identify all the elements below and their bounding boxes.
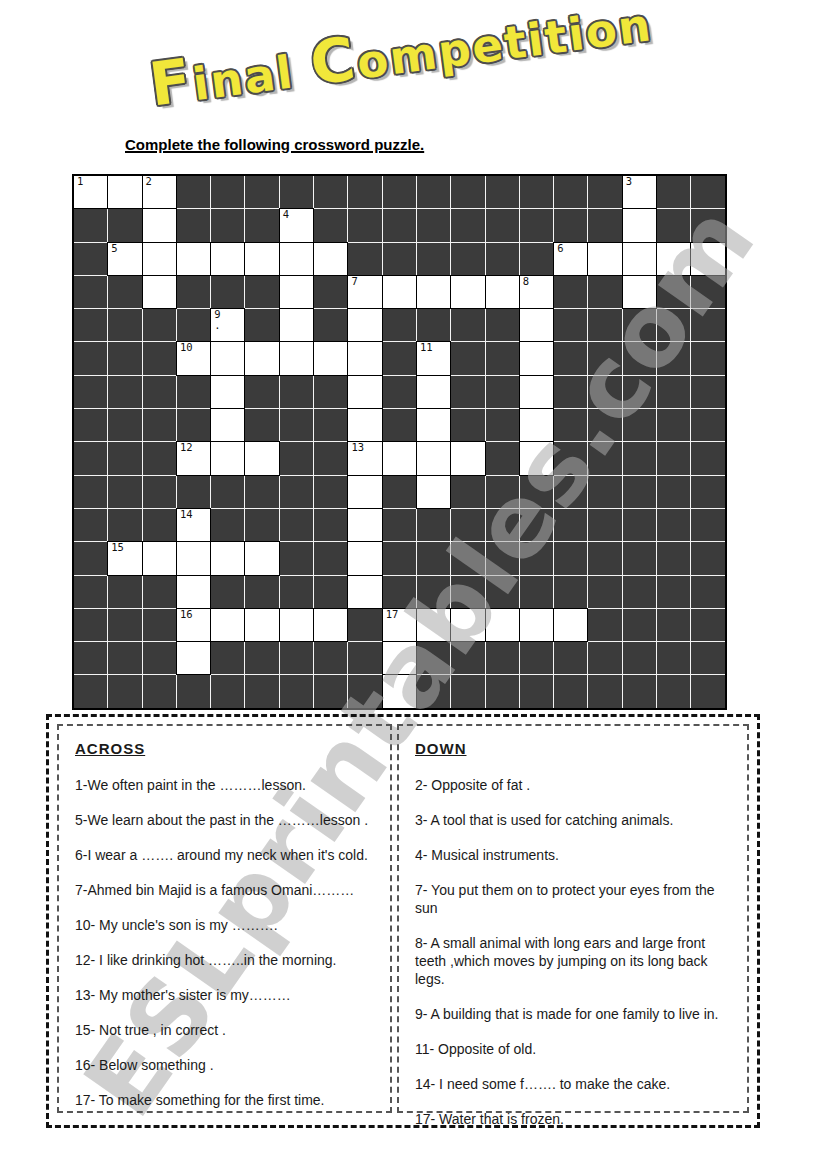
grid-cell-block bbox=[451, 409, 484, 441]
grid-cell-white[interactable] bbox=[348, 576, 381, 608]
grid-cell-block bbox=[451, 309, 484, 341]
clue-number: 8 bbox=[523, 276, 529, 287]
grid-cell-white[interactable] bbox=[451, 442, 484, 474]
clue-number: 3 bbox=[626, 176, 632, 187]
grid-cell-white[interactable] bbox=[417, 476, 450, 508]
grid-cell-white[interactable] bbox=[520, 409, 553, 441]
grid-cell-white[interactable] bbox=[280, 342, 313, 374]
grid-cell-block bbox=[588, 476, 621, 508]
grid-cell-block bbox=[623, 309, 656, 341]
grid-cell-block bbox=[691, 209, 724, 241]
grid-cell-block bbox=[520, 476, 553, 508]
grid-cell-white[interactable] bbox=[211, 442, 244, 474]
grid-cell-block bbox=[143, 675, 176, 707]
grid-cell-block bbox=[280, 675, 313, 707]
grid-cell-white[interactable] bbox=[211, 542, 244, 574]
grid-cell-block bbox=[177, 176, 210, 208]
grid-cell-block bbox=[314, 409, 347, 441]
grid-cell-block bbox=[348, 609, 381, 641]
grid-cell-block bbox=[657, 342, 690, 374]
grid-cell-block bbox=[417, 309, 450, 341]
clue-number: 15 bbox=[111, 542, 124, 553]
grid-cell-white[interactable] bbox=[348, 376, 381, 408]
grid-cell-block bbox=[451, 642, 484, 674]
grid-cell-block bbox=[348, 243, 381, 275]
grid-cell-block bbox=[691, 409, 724, 441]
grid-cell-block bbox=[74, 309, 107, 341]
grid-cell-block bbox=[280, 409, 313, 441]
grid-cell-block bbox=[657, 276, 690, 308]
down-clue: 9- A building that is made for one famil… bbox=[415, 1005, 739, 1023]
grid-cell-block bbox=[314, 675, 347, 707]
grid-cell-white[interactable] bbox=[383, 276, 416, 308]
grid-cell-white[interactable]: 6 bbox=[554, 243, 587, 275]
grid-cell-block bbox=[520, 176, 553, 208]
grid-cell-block bbox=[554, 342, 587, 374]
grid-cell-block bbox=[520, 576, 553, 608]
grid-cell-white[interactable] bbox=[143, 276, 176, 308]
grid-cell-white[interactable] bbox=[588, 243, 621, 275]
grid-cell-block bbox=[691, 342, 724, 374]
grid-cell-block bbox=[143, 609, 176, 641]
grid-cell-block bbox=[657, 476, 690, 508]
grid-cell-block bbox=[314, 209, 347, 241]
grid-cell-block bbox=[451, 176, 484, 208]
across-clue-list: 1-We often paint in the ………lesson.5-We l… bbox=[75, 776, 382, 1109]
grid-cell-block bbox=[623, 376, 656, 408]
grid-cell-white[interactable] bbox=[245, 442, 278, 474]
grid-cell-block bbox=[383, 342, 416, 374]
grid-cell-block bbox=[314, 642, 347, 674]
grid-cell-block bbox=[245, 409, 278, 441]
grid-cell-white[interactable] bbox=[451, 609, 484, 641]
grid-cell-white[interactable] bbox=[211, 376, 244, 408]
grid-cell-white[interactable] bbox=[177, 642, 210, 674]
grid-cell-block bbox=[143, 409, 176, 441]
grid-cell-block bbox=[451, 675, 484, 707]
grid-cell-white[interactable]: 1 bbox=[74, 176, 107, 208]
clue-number: 17 bbox=[386, 609, 399, 620]
clue-number: 7 bbox=[351, 276, 357, 287]
grid-cell-block bbox=[554, 409, 587, 441]
grid-cell-block bbox=[588, 376, 621, 408]
grid-cell-block bbox=[486, 176, 519, 208]
grid-cell-white[interactable]: 5 bbox=[108, 243, 141, 275]
grid-cell-block bbox=[280, 476, 313, 508]
down-clue: 17- Water that is frozen. bbox=[415, 1110, 739, 1128]
down-clue: 7- You put them on to protect your eyes … bbox=[415, 881, 739, 917]
grid-cell-block bbox=[348, 176, 381, 208]
grid-cell-white[interactable] bbox=[211, 609, 244, 641]
grid-cell-block bbox=[520, 542, 553, 574]
grid-cell-block bbox=[108, 342, 141, 374]
grid-cell-block bbox=[554, 309, 587, 341]
grid-cell-block bbox=[143, 576, 176, 608]
grid-cell-white[interactable]: 3 bbox=[623, 176, 656, 208]
clues-box: ACROSS 1-We often paint in the ………lesson… bbox=[46, 714, 760, 1128]
grid-cell-white[interactable] bbox=[451, 276, 484, 308]
clue-number: 1 bbox=[77, 176, 83, 187]
grid-cell-block bbox=[691, 675, 724, 707]
title-word-final: Final bbox=[145, 31, 297, 119]
grid-cell-white[interactable] bbox=[143, 542, 176, 574]
grid-cell-block bbox=[657, 209, 690, 241]
grid-cell-block bbox=[588, 442, 621, 474]
grid-cell-block bbox=[314, 309, 347, 341]
grid-cell-white[interactable] bbox=[348, 509, 381, 541]
across-clue: 6-I wear a ……. around my neck when it's … bbox=[75, 846, 382, 864]
grid-cell-block bbox=[554, 176, 587, 208]
across-clue: 13- My mother's sister is my……… bbox=[75, 986, 382, 1004]
grid-cell-block bbox=[74, 442, 107, 474]
grid-cell-block bbox=[74, 342, 107, 374]
grid-cell-white[interactable] bbox=[177, 542, 210, 574]
grid-cell-white[interactable] bbox=[520, 376, 553, 408]
grid-cell-block bbox=[486, 309, 519, 341]
grid-cell-white[interactable] bbox=[245, 342, 278, 374]
grid-cell-block bbox=[451, 509, 484, 541]
grid-cell-white[interactable] bbox=[623, 209, 656, 241]
grid-cell-block bbox=[348, 642, 381, 674]
grid-cell-block bbox=[245, 276, 278, 308]
clue-number: 11 bbox=[420, 342, 433, 353]
grid-cell-block bbox=[74, 576, 107, 608]
grid-cell-block bbox=[74, 542, 107, 574]
grid-cell-block bbox=[554, 376, 587, 408]
grid-cell-block bbox=[520, 209, 553, 241]
grid-cell-block bbox=[177, 409, 210, 441]
grid-cell-white[interactable] bbox=[417, 609, 450, 641]
across-clue: 5-We learn about the past in the ………less… bbox=[75, 811, 382, 829]
grid-cell-block bbox=[623, 442, 656, 474]
grid-cell-block bbox=[143, 376, 176, 408]
grid-cell-block bbox=[383, 476, 416, 508]
grid-cell-block bbox=[280, 376, 313, 408]
grid-cell-block bbox=[245, 476, 278, 508]
grid-cell-white[interactable] bbox=[143, 243, 176, 275]
grid-cell-white[interactable]: 16 bbox=[177, 609, 210, 641]
down-clue: 3- A tool that is used for catching anim… bbox=[415, 811, 739, 829]
grid-cell-white[interactable]: 12 bbox=[177, 442, 210, 474]
clue-number: 13 bbox=[351, 442, 364, 453]
grid-cell-block bbox=[280, 509, 313, 541]
grid-cell-white[interactable] bbox=[520, 442, 553, 474]
clue-number: 16 bbox=[180, 609, 193, 620]
grid-cell-block bbox=[554, 509, 587, 541]
grid-cell-block bbox=[691, 542, 724, 574]
grid-cell-block bbox=[314, 276, 347, 308]
grid-cell-block bbox=[520, 675, 553, 707]
grid-cell-white[interactable]: 8 bbox=[520, 276, 553, 308]
grid-cell-block bbox=[588, 409, 621, 441]
grid-cell-white[interactable] bbox=[520, 609, 553, 641]
clue-number: 5 bbox=[111, 243, 117, 254]
grid-cell-block bbox=[623, 409, 656, 441]
grid-cell-white[interactable] bbox=[486, 609, 519, 641]
grid-cell-block bbox=[554, 476, 587, 508]
grid-cell-block bbox=[554, 576, 587, 608]
grid-cell-block bbox=[691, 509, 724, 541]
grid-cell-block bbox=[383, 509, 416, 541]
across-clue: 7-Ahmed bin Majid is a famous Omani……… bbox=[75, 881, 382, 899]
grid-cell-white[interactable] bbox=[348, 409, 381, 441]
grid-cell-block bbox=[691, 609, 724, 641]
grid-cell-block bbox=[108, 642, 141, 674]
grid-cell-block bbox=[108, 376, 141, 408]
grid-cell-block bbox=[691, 276, 724, 308]
grid-cell-block bbox=[451, 342, 484, 374]
grid-cell-block bbox=[211, 576, 244, 608]
grid-cell-block bbox=[245, 309, 278, 341]
grid-cell-block bbox=[417, 243, 450, 275]
grid-cell-block bbox=[691, 442, 724, 474]
grid-cell-block bbox=[143, 309, 176, 341]
grid-cell-block bbox=[245, 509, 278, 541]
clue-number: 4 bbox=[283, 209, 289, 220]
grid-cell-block bbox=[691, 309, 724, 341]
grid-cell-white[interactable] bbox=[657, 243, 690, 275]
grid-cell-block bbox=[657, 675, 690, 707]
grid-cell-block bbox=[74, 243, 107, 275]
grid-cell-block bbox=[691, 576, 724, 608]
grid-cell-block bbox=[554, 442, 587, 474]
grid-cell-white[interactable] bbox=[417, 409, 450, 441]
grid-cell-block bbox=[486, 342, 519, 374]
grid-cell-block bbox=[417, 176, 450, 208]
title-word-competition: Competition bbox=[306, 0, 656, 99]
clue-number: 12 bbox=[180, 442, 193, 453]
grid-cell-block bbox=[383, 176, 416, 208]
grid-cell-block bbox=[451, 376, 484, 408]
grid-cell-white[interactable]: 7 bbox=[348, 276, 381, 308]
grid-cell-white[interactable] bbox=[280, 609, 313, 641]
grid-cell-white[interactable] bbox=[417, 442, 450, 474]
grid-cell-block bbox=[451, 209, 484, 241]
crossword-grid: 123456789 .1011121314151617 bbox=[72, 174, 727, 710]
grid-cell-block bbox=[520, 642, 553, 674]
across-heading: ACROSS bbox=[75, 740, 382, 757]
grid-cell-block bbox=[211, 209, 244, 241]
grid-cell-white[interactable] bbox=[383, 642, 416, 674]
grid-cell-block bbox=[314, 376, 347, 408]
grid-cell-block bbox=[417, 675, 450, 707]
grid-cell-block bbox=[486, 243, 519, 275]
grid-cell-block bbox=[143, 642, 176, 674]
grid-cell-white[interactable] bbox=[211, 243, 244, 275]
grid-cell-white[interactable]: 9 . bbox=[211, 309, 244, 341]
grid-cell-white[interactable] bbox=[314, 342, 347, 374]
grid-cell-block bbox=[74, 675, 107, 707]
grid-cell-white[interactable] bbox=[554, 609, 587, 641]
grid-cell-white[interactable]: 10 bbox=[177, 342, 210, 374]
grid-cell-white[interactable]: 14 bbox=[177, 509, 210, 541]
grid-cell-block bbox=[74, 209, 107, 241]
grid-cell-white[interactable] bbox=[143, 209, 176, 241]
grid-cell-white[interactable] bbox=[177, 243, 210, 275]
grid-cell-block bbox=[588, 576, 621, 608]
grid-cell-block bbox=[451, 576, 484, 608]
grid-cell-block bbox=[486, 675, 519, 707]
grid-cell-white[interactable] bbox=[211, 409, 244, 441]
grid-cell-block bbox=[554, 642, 587, 674]
clue-number: 2 bbox=[146, 176, 152, 187]
grid-cell-block bbox=[417, 509, 450, 541]
grid-cell-block bbox=[417, 642, 450, 674]
grid-cell-block bbox=[245, 176, 278, 208]
grid-cell-white[interactable] bbox=[383, 675, 416, 707]
grid-cell-white[interactable]: 2 bbox=[143, 176, 176, 208]
grid-cell-white[interactable] bbox=[417, 276, 450, 308]
grid-cell-block bbox=[691, 176, 724, 208]
grid-cell-white[interactable]: 13 bbox=[348, 442, 381, 474]
grid-cell-block bbox=[280, 576, 313, 608]
grid-cell-block bbox=[74, 509, 107, 541]
grid-cell-block bbox=[486, 509, 519, 541]
grid-cell-block bbox=[211, 476, 244, 508]
across-clue: 12- I like drinking hot ……..in the morni… bbox=[75, 951, 382, 969]
grid-cell-block bbox=[280, 642, 313, 674]
grid-cell-white[interactable] bbox=[691, 243, 724, 275]
grid-cell-block bbox=[108, 209, 141, 241]
grid-cell-block bbox=[691, 642, 724, 674]
grid-cell-block bbox=[588, 542, 621, 574]
grid-cell-white[interactable] bbox=[348, 476, 381, 508]
grid-cell-white[interactable] bbox=[280, 243, 313, 275]
grid-cell-block bbox=[245, 576, 278, 608]
grid-cell-white[interactable]: 17 bbox=[383, 609, 416, 641]
across-clue: 1-We often paint in the ………lesson. bbox=[75, 776, 382, 794]
grid-cell-block bbox=[314, 442, 347, 474]
grid-cell-block bbox=[211, 675, 244, 707]
grid-cell-block bbox=[108, 576, 141, 608]
grid-cell-block bbox=[657, 642, 690, 674]
grid-cell-white[interactable] bbox=[348, 309, 381, 341]
grid-cell-block bbox=[108, 476, 141, 508]
grid-cell-block bbox=[486, 442, 519, 474]
grid-cell-white[interactable]: 15 bbox=[108, 542, 141, 574]
grid-cell-block bbox=[211, 276, 244, 308]
grid-cell-block bbox=[657, 376, 690, 408]
grid-cell-block bbox=[554, 276, 587, 308]
grid-cell-block bbox=[554, 675, 587, 707]
grid-cell-white[interactable] bbox=[245, 542, 278, 574]
grid-cell-block bbox=[588, 642, 621, 674]
grid-cell-white[interactable] bbox=[280, 309, 313, 341]
grid-cell-white[interactable] bbox=[486, 276, 519, 308]
page-title: FinalCompetition bbox=[145, 0, 749, 120]
grid-cell-block bbox=[314, 542, 347, 574]
grid-cell-block bbox=[211, 176, 244, 208]
grid-cell-block bbox=[314, 576, 347, 608]
grid-cell-block bbox=[383, 243, 416, 275]
grid-cell-block bbox=[486, 376, 519, 408]
grid-cell-block bbox=[623, 609, 656, 641]
across-clue: 17- To make something for the first time… bbox=[75, 1091, 382, 1109]
grid-cell-block bbox=[486, 209, 519, 241]
grid-cell-block bbox=[143, 342, 176, 374]
grid-cell-block bbox=[245, 675, 278, 707]
grid-cell-block bbox=[623, 542, 656, 574]
clue-number: 6 bbox=[557, 243, 563, 254]
grid-cell-white[interactable] bbox=[211, 342, 244, 374]
grid-cell-block bbox=[177, 675, 210, 707]
clue-number: 10 bbox=[180, 342, 193, 353]
grid-cell-block bbox=[383, 309, 416, 341]
grid-cell-white[interactable] bbox=[314, 243, 347, 275]
grid-cell-white[interactable] bbox=[245, 243, 278, 275]
grid-cell-block bbox=[108, 609, 141, 641]
grid-cell-block bbox=[657, 542, 690, 574]
clue-number: 14 bbox=[180, 509, 193, 520]
grid-cell-block bbox=[314, 509, 347, 541]
grid-cell-white[interactable] bbox=[623, 243, 656, 275]
grid-cell-white[interactable] bbox=[417, 376, 450, 408]
grid-cell-block bbox=[177, 276, 210, 308]
grid-cell-block bbox=[623, 675, 656, 707]
grid-cell-block bbox=[314, 176, 347, 208]
grid-cell-block bbox=[623, 576, 656, 608]
grid-cell-block bbox=[588, 209, 621, 241]
down-clue: 8- A small animal with long ears and lar… bbox=[415, 934, 739, 988]
grid-cell-block bbox=[383, 376, 416, 408]
grid-cell-white[interactable]: 4 bbox=[280, 209, 313, 241]
grid-cell-white[interactable]: 11 bbox=[417, 342, 450, 374]
grid-cell-white[interactable] bbox=[280, 276, 313, 308]
clue-number: 9 . bbox=[214, 309, 220, 331]
grid-cell-block bbox=[588, 309, 621, 341]
grid-cell-block bbox=[245, 642, 278, 674]
grid-cell-white[interactable] bbox=[314, 609, 347, 641]
grid-cell-block bbox=[108, 675, 141, 707]
grid-cell-block bbox=[451, 243, 484, 275]
down-clue-list: 2- Opposite of fat .3- A tool that is us… bbox=[415, 776, 739, 1128]
grid-cell-block bbox=[74, 476, 107, 508]
grid-cell-block bbox=[588, 609, 621, 641]
grid-cell-block bbox=[314, 476, 347, 508]
grid-cell-white[interactable] bbox=[520, 309, 553, 341]
grid-cell-block bbox=[657, 576, 690, 608]
across-clue: 16- Below something . bbox=[75, 1056, 382, 1074]
grid-cell-block bbox=[108, 442, 141, 474]
grid-cell-block bbox=[108, 509, 141, 541]
grid-cell-block bbox=[451, 542, 484, 574]
grid-cell-block bbox=[177, 209, 210, 241]
grid-cell-block bbox=[657, 176, 690, 208]
grid-cell-white[interactable] bbox=[348, 342, 381, 374]
down-clue: 2- Opposite of fat . bbox=[415, 776, 739, 794]
grid-cell-block bbox=[486, 476, 519, 508]
across-clues-panel: ACROSS 1-We often paint in the ………lesson… bbox=[57, 724, 392, 1113]
grid-cell-white[interactable] bbox=[383, 442, 416, 474]
down-clues-panel: DOWN 2- Opposite of fat .3- A tool that … bbox=[397, 724, 749, 1113]
grid-cell-block bbox=[417, 209, 450, 241]
grid-cell-white[interactable] bbox=[245, 609, 278, 641]
grid-cell-block bbox=[588, 675, 621, 707]
grid-cell-block bbox=[74, 642, 107, 674]
grid-cell-white[interactable] bbox=[177, 576, 210, 608]
grid-cell-block bbox=[588, 176, 621, 208]
grid-cell-block bbox=[211, 509, 244, 541]
grid-cell-block bbox=[74, 376, 107, 408]
grid-cell-white[interactable] bbox=[520, 342, 553, 374]
grid-cell-white[interactable] bbox=[108, 176, 141, 208]
grid-cell-white[interactable] bbox=[623, 276, 656, 308]
grid-cell-block bbox=[623, 476, 656, 508]
grid-cell-block bbox=[520, 509, 553, 541]
grid-cell-block bbox=[588, 276, 621, 308]
grid-cell-white[interactable] bbox=[348, 542, 381, 574]
grid-cell-block bbox=[74, 276, 107, 308]
